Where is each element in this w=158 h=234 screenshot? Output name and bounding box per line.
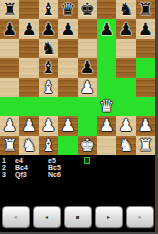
white-pawn: ♟ [41, 117, 56, 134]
white-king: ♚ [80, 137, 95, 154]
square-h7[interactable]: ♟ [136, 19, 155, 38]
white-pawn: ♟ [99, 117, 114, 134]
black-knight: ♞ [118, 1, 133, 18]
white-pawn: ♟ [118, 117, 133, 134]
square-e3[interactable] [78, 97, 97, 116]
square-d1[interactable] [58, 136, 77, 155]
white-bishop: ♝ [41, 79, 56, 96]
square-g2[interactable]: ♟ [116, 116, 135, 135]
white-pawn: ♟ [80, 79, 95, 96]
white-move: Bc4 [15, 164, 48, 171]
square-d7[interactable]: ♟ [58, 19, 77, 38]
engine-status-indicator [84, 157, 90, 164]
white-knight: ♞ [118, 137, 133, 154]
square-e4[interactable]: ♟ [78, 78, 97, 97]
square-f5[interactable] [97, 58, 116, 77]
white-pawn: ♟ [21, 117, 36, 134]
black-pawn: ♟ [118, 21, 133, 38]
square-a8[interactable]: ♜ [0, 0, 19, 19]
button-go-to-start[interactable]: « [2, 206, 30, 228]
square-c1[interactable]: ♝ [39, 136, 58, 155]
frame-shadow-right [155, 0, 158, 234]
square-f3[interactable]: ♛ [97, 97, 116, 116]
button-step-back[interactable]: ◂ [33, 206, 61, 228]
square-e5[interactable]: ♟ [78, 58, 97, 77]
black-move: e5 [48, 157, 84, 164]
square-d3[interactable] [58, 97, 77, 116]
black-pawn: ♟ [2, 21, 17, 38]
white-pawn: ♟ [138, 117, 153, 134]
square-a3[interactable] [0, 97, 19, 116]
move-row-3: 3Qf3Nc6 [0, 171, 155, 178]
black-pawn: ♟ [138, 21, 153, 38]
square-f7[interactable]: ♟ [97, 19, 116, 38]
square-e1[interactable]: ♚ [78, 136, 97, 155]
white-move: e4 [15, 157, 48, 164]
square-d6[interactable] [58, 39, 77, 58]
square-h3[interactable] [136, 97, 155, 116]
button-stop[interactable]: ▪ [64, 206, 92, 228]
square-a1[interactable]: ♜ [0, 136, 19, 155]
square-g1[interactable]: ♞ [116, 136, 135, 155]
square-a7[interactable]: ♟ [0, 19, 19, 38]
square-f4[interactable] [97, 78, 116, 97]
black-bishop: ♝ [41, 1, 56, 18]
square-c5[interactable]: ♝ [39, 58, 58, 77]
square-c4[interactable]: ♝ [39, 78, 58, 97]
square-g7[interactable]: ♟ [116, 19, 135, 38]
chess-board: ♜♝♛♚♞♜♟♟♟♟♟♟♟♞♝♟♝♟♛♟♟♟♟♟♟♟♜♞♝♚♞♜ [0, 0, 155, 155]
square-h8[interactable]: ♜ [136, 0, 155, 19]
black-pawn: ♟ [60, 21, 75, 38]
black-pawn: ♟ [99, 21, 114, 38]
white-pawn: ♟ [60, 117, 75, 134]
square-h1[interactable]: ♜ [136, 136, 155, 155]
black-rook: ♜ [2, 1, 17, 18]
square-b5[interactable] [19, 58, 38, 77]
button-step-forward[interactable]: ▸ [95, 206, 123, 228]
black-bishop: ♝ [41, 59, 56, 76]
square-b6[interactable] [19, 39, 38, 58]
square-c6[interactable]: ♞ [39, 39, 58, 58]
square-a4[interactable] [0, 78, 19, 97]
square-b2[interactable]: ♟ [19, 116, 38, 135]
black-pawn: ♟ [21, 21, 36, 38]
black-rook: ♜ [138, 1, 153, 18]
square-b3[interactable] [19, 97, 38, 116]
square-c7[interactable]: ♟ [39, 19, 58, 38]
square-d2[interactable]: ♟ [58, 116, 77, 135]
black-queen: ♛ [60, 1, 75, 18]
square-f6[interactable] [97, 39, 116, 58]
black-pawn: ♟ [80, 59, 95, 76]
square-d4[interactable] [58, 78, 77, 97]
black-king: ♚ [80, 1, 95, 18]
square-g5[interactable] [116, 58, 135, 77]
move-row-1: 1e4e5 [0, 157, 155, 164]
move-row-2: 2Bc4Bc5 [0, 164, 155, 171]
square-h6[interactable] [136, 39, 155, 58]
white-bishop: ♝ [41, 137, 56, 154]
white-knight: ♞ [21, 137, 36, 154]
white-rook: ♜ [2, 137, 17, 154]
black-knight: ♞ [41, 40, 56, 57]
square-f8[interactable] [97, 0, 116, 19]
square-g4[interactable] [116, 78, 135, 97]
square-b7[interactable]: ♟ [19, 19, 38, 38]
black-move: Nc6 [48, 171, 84, 178]
white-pawn: ♟ [2, 117, 17, 134]
move-list: 1e4e52Bc4Bc53Qf3Nc6 [0, 155, 155, 205]
square-d5[interactable] [58, 58, 77, 77]
square-d8[interactable]: ♛ [58, 0, 77, 19]
square-e7[interactable] [78, 19, 97, 38]
square-g3[interactable] [116, 97, 135, 116]
square-b8[interactable] [19, 0, 38, 19]
square-a5[interactable] [0, 58, 19, 77]
move-number: 1 [2, 157, 15, 164]
square-f2[interactable]: ♟ [97, 116, 116, 135]
black-pawn: ♟ [41, 21, 56, 38]
frame-shadow-bottom [0, 232, 158, 234]
move-number: 3 [2, 171, 15, 178]
move-number: 2 [2, 164, 15, 171]
black-move: Bc5 [48, 164, 84, 171]
square-b1[interactable]: ♞ [19, 136, 38, 155]
square-h4[interactable] [136, 78, 155, 97]
square-e2[interactable] [78, 116, 97, 135]
square-f1[interactable] [97, 136, 116, 155]
navigation-toolbar: «◂▪▸» [0, 203, 155, 231]
square-e8[interactable]: ♚ [78, 0, 97, 19]
square-g6[interactable] [116, 39, 135, 58]
square-c8[interactable]: ♝ [39, 0, 58, 19]
square-c2[interactable]: ♟ [39, 116, 58, 135]
white-queen: ♛ [99, 98, 114, 115]
square-c3[interactable] [39, 97, 58, 116]
white-rook: ♜ [138, 137, 153, 154]
square-b4[interactable] [19, 78, 38, 97]
square-a6[interactable] [0, 39, 19, 58]
square-h5[interactable] [136, 58, 155, 77]
button-go-to-end[interactable]: » [126, 206, 154, 228]
square-g8[interactable]: ♞ [116, 0, 135, 19]
white-move: Qf3 [15, 171, 48, 178]
app-screen: ♜♝♛♚♞♜♟♟♟♟♟♟♟♞♝♟♝♟♛♟♟♟♟♟♟♟♜♞♝♚♞♜ 1e4e52B… [0, 0, 158, 234]
square-a2[interactable]: ♟ [0, 116, 19, 135]
square-h2[interactable]: ♟ [136, 116, 155, 135]
square-e6[interactable] [78, 39, 97, 58]
